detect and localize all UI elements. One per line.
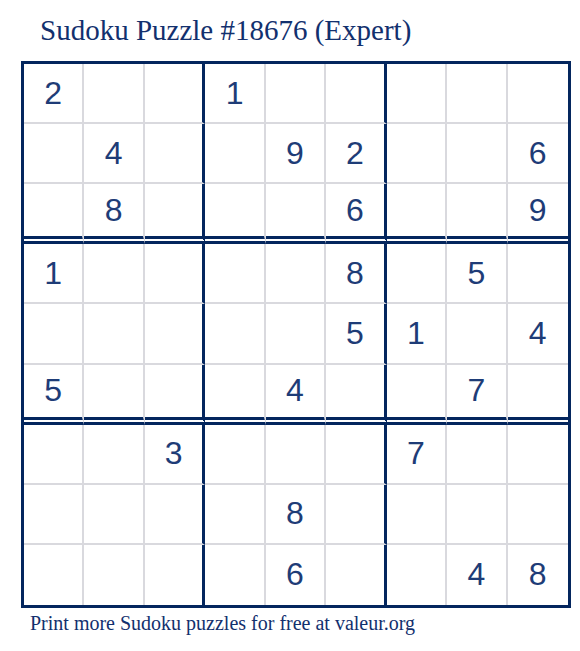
footer-text: Print more Sudoku puzzles for free at va… (30, 612, 415, 635)
cell-r9c9: 8 (508, 545, 568, 605)
cell-r4c9 (508, 244, 568, 304)
cell-r7c2 (84, 425, 144, 485)
cell-r3c1 (24, 184, 84, 244)
cell-r2c5: 9 (266, 124, 326, 184)
cell-r6c7 (387, 365, 447, 425)
cell-r2c8 (447, 124, 507, 184)
page-title: Sudoku Puzzle #18676 (Expert) (40, 14, 411, 47)
cell-r7c1 (24, 425, 84, 485)
cell-r1c7 (387, 64, 447, 124)
cell-r9c3 (145, 545, 205, 605)
cell-r6c5: 4 (266, 365, 326, 425)
cell-r4c4 (205, 244, 265, 304)
cell-r9c5: 6 (266, 545, 326, 605)
cell-r9c7 (387, 545, 447, 605)
cell-r2c4 (205, 124, 265, 184)
cell-r1c1: 2 (24, 64, 84, 124)
cell-r5c7: 1 (387, 304, 447, 364)
cell-r1c4: 1 (205, 64, 265, 124)
cell-r8c8 (447, 485, 507, 545)
cell-r6c9 (508, 365, 568, 425)
cell-r5c5 (266, 304, 326, 364)
cell-r7c5 (266, 425, 326, 485)
cell-r1c5 (266, 64, 326, 124)
cell-r1c3 (145, 64, 205, 124)
cell-r5c2 (84, 304, 144, 364)
cell-r8c9 (508, 485, 568, 545)
cell-r1c9 (508, 64, 568, 124)
cell-r4c2 (84, 244, 144, 304)
cell-r2c2: 4 (84, 124, 144, 184)
cell-r8c6 (326, 485, 386, 545)
cell-r8c7 (387, 485, 447, 545)
cell-r9c6 (326, 545, 386, 605)
cell-r3c9: 9 (508, 184, 568, 244)
cell-r5c9: 4 (508, 304, 568, 364)
cell-r9c8: 4 (447, 545, 507, 605)
cell-r2c9: 6 (508, 124, 568, 184)
cell-r7c6 (326, 425, 386, 485)
cell-r8c4 (205, 485, 265, 545)
cell-r9c2 (84, 545, 144, 605)
cell-r8c3 (145, 485, 205, 545)
cell-r1c6 (326, 64, 386, 124)
cell-r5c4 (205, 304, 265, 364)
cell-r8c1 (24, 485, 84, 545)
cell-r1c8 (447, 64, 507, 124)
sudoku-board: 214926869185514547378648 (21, 61, 571, 608)
cell-r6c3 (145, 365, 205, 425)
cell-r6c1: 5 (24, 365, 84, 425)
cell-r1c2 (84, 64, 144, 124)
cell-r7c7: 7 (387, 425, 447, 485)
cell-r4c1: 1 (24, 244, 84, 304)
cell-r8c2 (84, 485, 144, 545)
cell-r7c8 (447, 425, 507, 485)
cell-r3c8 (447, 184, 507, 244)
cell-r2c1 (24, 124, 84, 184)
cell-r9c1 (24, 545, 84, 605)
cell-r4c8: 5 (447, 244, 507, 304)
cell-r3c6: 6 (326, 184, 386, 244)
cell-r6c2 (84, 365, 144, 425)
cell-r5c8 (447, 304, 507, 364)
cell-r9c4 (205, 545, 265, 605)
cell-r4c3 (145, 244, 205, 304)
cell-r4c7 (387, 244, 447, 304)
cell-r5c6: 5 (326, 304, 386, 364)
cell-r5c3 (145, 304, 205, 364)
cell-r2c7 (387, 124, 447, 184)
cell-r5c1 (24, 304, 84, 364)
cell-r7c4 (205, 425, 265, 485)
cell-r7c9 (508, 425, 568, 485)
cell-r2c6: 2 (326, 124, 386, 184)
cell-r3c2: 8 (84, 184, 144, 244)
cell-r3c3 (145, 184, 205, 244)
cell-r3c7 (387, 184, 447, 244)
cell-r3c5 (266, 184, 326, 244)
cell-r3c4 (205, 184, 265, 244)
cell-r6c6 (326, 365, 386, 425)
cell-r6c8: 7 (447, 365, 507, 425)
cell-r8c5: 8 (266, 485, 326, 545)
cell-r7c3: 3 (145, 425, 205, 485)
cell-r6c4 (205, 365, 265, 425)
cell-r2c3 (145, 124, 205, 184)
cell-r4c5 (266, 244, 326, 304)
cell-r4c6: 8 (326, 244, 386, 304)
